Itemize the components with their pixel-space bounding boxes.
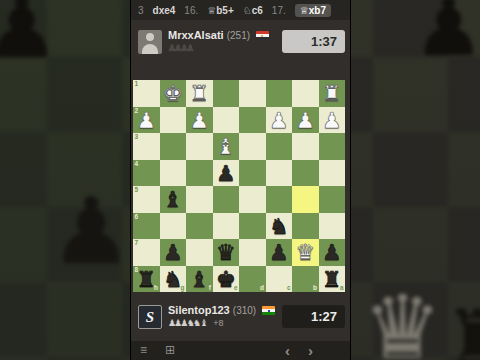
player-plate[interactable]: S Silentop123 (310) ♟♟♟ ♞♞ ♝+8 1:27 [138,303,345,337]
player-captured-glyphs: ♟♟♟ ♞♞ ♝ [168,318,206,328]
square-g5[interactable]: ♝ [160,186,187,213]
square-f8[interactable]: ♝f [186,266,213,293]
square-b7[interactable]: ♛ [292,239,319,266]
opponent-username: MrxxAlsati [168,29,224,41]
rank-label: 5 [135,187,139,194]
square-e7[interactable]: ♛ [213,239,240,266]
white-p-piece: ♟ [266,107,293,134]
square-c8[interactable]: c [266,266,293,293]
square-a6[interactable] [319,213,346,240]
background-shade [0,0,130,360]
file-label: h [154,285,158,292]
opponent-rating: (251) [227,30,250,41]
square-h2[interactable]: ♟2 [133,107,160,134]
opponent-name-line: MrxxAlsati (251) [168,29,269,41]
bottom-nav-bar: ≡ ⊞ ‹ › [131,341,350,360]
square-d3[interactable] [239,133,266,160]
move-number[interactable]: 16. [184,5,198,16]
player-username: Silentop123 [168,304,230,316]
square-d7[interactable] [239,239,266,266]
file-label: d [260,285,264,292]
black-p-piece: ♟ [266,239,293,266]
player-captured-pieces: ♟♟♟ ♞♞ ♝+8 [168,318,223,328]
square-a7[interactable]: ♟ [319,239,346,266]
move-number[interactable]: 3 [138,5,144,16]
square-f4[interactable] [186,160,213,187]
square-f5[interactable] [186,186,213,213]
square-e6[interactable] [213,213,240,240]
white-r-piece: ♜ [186,80,213,107]
screenshot-stage: ♟ ♟ ♟ ♛ ♜ 3dxe416.♕b5+♘c617.♕xb7 MrxxAls… [0,0,480,360]
file-label: a [340,285,344,292]
square-e8[interactable]: ♚e [213,266,240,293]
square-c7[interactable]: ♟ [266,239,293,266]
square-a5[interactable] [319,186,346,213]
file-label: c [287,285,291,292]
egypt-flag-icon [256,31,269,40]
square-e1[interactable] [213,80,240,107]
file-label: b [313,285,317,292]
square-a8[interactable]: ♜a [319,266,346,293]
square-a1[interactable]: ♜ [319,80,346,107]
background-left-strip: ♟ ♟ [0,0,130,360]
white-p-piece: ♟ [319,107,346,134]
india-flag-icon [262,306,275,315]
square-c6[interactable]: ♞ [266,213,293,240]
rank-label: 3 [135,134,139,141]
square-g8[interactable]: ♞g [160,266,187,293]
rank-label: 6 [135,214,139,221]
move-token[interactable]: ♕xb7 [295,4,331,17]
square-g2[interactable] [160,107,187,134]
square-h1[interactable]: 1 [133,80,160,107]
square-c1[interactable] [266,80,293,107]
black-p-piece: ♟ [319,239,346,266]
rank-label: 2 [135,108,139,115]
white-p-piece: ♟ [186,107,213,134]
square-b2[interactable]: ♟ [292,107,319,134]
square-e5[interactable] [213,186,240,213]
white-r-piece: ♜ [319,80,346,107]
material-score: +8 [213,318,223,328]
square-e4[interactable]: ♟ [213,160,240,187]
square-d4[interactable] [239,160,266,187]
square-g4[interactable] [160,160,187,187]
opponent-plate[interactable]: MrxxAlsati (251) ♟♟♟♟ 1:37 [138,28,345,62]
black-q-piece: ♛ [213,239,240,266]
player-avatar[interactable]: S [138,305,162,329]
black-p-piece: ♟ [213,160,240,187]
square-f7[interactable] [186,239,213,266]
black-p-piece: ♟ [160,239,187,266]
square-d6[interactable] [239,213,266,240]
square-c3[interactable] [266,133,293,160]
square-h3[interactable]: 3 [133,133,160,160]
background-right-strip: ♟ ♛ ♜ [351,0,480,360]
board-options-icon[interactable]: ⊞ [156,341,184,360]
square-h7[interactable]: 7 [133,239,160,266]
square-h6[interactable]: 6 [133,213,160,240]
square-g3[interactable] [160,133,187,160]
square-a4[interactable] [319,160,346,187]
square-a2[interactable]: ♟ [319,107,346,134]
square-d1[interactable] [239,80,266,107]
square-b3[interactable] [292,133,319,160]
player-name-line: Silentop123 (310) [168,304,275,316]
player-rating: (310) [233,305,256,316]
file-label: e [234,285,238,292]
move-token[interactable]: ♕b5+ [207,5,233,16]
player-clock: 1:27 [282,305,345,328]
rank-label: 7 [135,240,139,247]
square-g7[interactable]: ♟ [160,239,187,266]
white-p-piece: ♟ [292,107,319,134]
square-b5[interactable] [292,186,319,213]
black-n-piece: ♞ [266,213,293,240]
move-token[interactable]: dxe4 [153,5,176,16]
square-f3[interactable] [186,133,213,160]
square-h8[interactable]: ♜8h [133,266,160,293]
board[interactable]: 1♚♜♜♟2♟♟♟♟3♝4♟5♝6♞7♟♛♟♛♟♜8h♞g♝f♚edcb♜a [133,80,345,292]
white-b-piece: ♝ [213,133,240,160]
square-g6[interactable] [160,213,187,240]
menu-icon[interactable]: ≡ [131,341,156,360]
square-d8[interactable]: d [239,266,266,293]
piece-icon: ♘ [243,5,252,16]
square-b8[interactable]: b [292,266,319,293]
white-k-piece: ♚ [160,80,187,107]
square-d2[interactable] [239,107,266,134]
square-f2[interactable]: ♟ [186,107,213,134]
square-h4[interactable]: 4 [133,160,160,187]
file-label: g [181,285,185,292]
back-move-icon[interactable]: ‹ [276,341,299,360]
move-list-bar[interactable]: 3dxe416.♕b5+♘c617.♕xb7 [131,0,350,20]
square-f6[interactable] [186,213,213,240]
square-f1[interactable]: ♜ [186,80,213,107]
square-g1[interactable]: ♚ [160,80,187,107]
rank-label: 4 [135,161,139,168]
square-e3[interactable]: ♝ [213,133,240,160]
piece-icon: ♕ [300,5,309,16]
forward-move-icon[interactable]: › [299,341,322,360]
opponent-captured-pieces: ♟♟♟♟ [168,43,192,53]
square-c2[interactable]: ♟ [266,107,293,134]
square-d5[interactable] [239,186,266,213]
square-h5[interactable]: 5 [133,186,160,213]
opponent-avatar[interactable] [138,30,162,54]
square-c4[interactable] [266,160,293,187]
black-b-piece: ♝ [160,186,187,213]
opponent-clock: 1:37 [282,30,345,53]
square-b1[interactable] [292,80,319,107]
square-b6[interactable] [292,213,319,240]
square-b4[interactable] [292,160,319,187]
white-q-piece: ♛ [292,239,319,266]
move-number[interactable]: 17. [272,5,286,16]
rank-label: 1 [135,81,139,88]
move-token[interactable]: ♘c6 [243,5,263,16]
square-c5[interactable] [266,186,293,213]
square-a3[interactable] [319,133,346,160]
piece-icon: ♕ [207,5,216,16]
square-e2[interactable] [213,107,240,134]
background-shade [351,0,480,360]
file-label: f [209,285,211,292]
phone-screen: 3dxe416.♕b5+♘c617.♕xb7 MrxxAlsati (251) … [130,0,351,360]
rank-label: 8 [135,267,139,274]
